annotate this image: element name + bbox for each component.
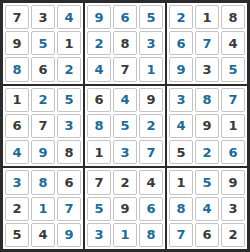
- cell-r7c5[interactable]: 2: [113, 170, 137, 194]
- cell-r4c2[interactable]: 2: [31, 88, 55, 112]
- cell-r9c5[interactable]: 1: [113, 223, 137, 247]
- cell-r8c8[interactable]: 4: [195, 197, 219, 221]
- box-1-1: 734951862: [2, 2, 84, 85]
- sudoku-board: 7349518629652834712186749351256734986498…: [0, 0, 250, 252]
- cell-r4c7[interactable]: 3: [169, 88, 193, 112]
- cell-r1c3[interactable]: 4: [57, 5, 81, 29]
- cell-r2c4[interactable]: 2: [87, 31, 111, 55]
- cell-r6c5[interactable]: 3: [113, 140, 137, 164]
- cell-r6c8[interactable]: 2: [195, 140, 219, 164]
- cell-r8c1[interactable]: 2: [5, 197, 29, 221]
- box-2-3: 387491526: [166, 85, 248, 168]
- box-2-2: 649852137: [84, 85, 166, 168]
- cell-r7c7[interactable]: 1: [169, 170, 193, 194]
- cell-r6c6[interactable]: 7: [139, 140, 163, 164]
- cell-r3c4[interactable]: 4: [87, 57, 111, 81]
- cell-r3c2[interactable]: 6: [31, 57, 55, 81]
- cell-r9c6[interactable]: 8: [139, 223, 163, 247]
- box-1-3: 218674935: [166, 2, 248, 85]
- cell-r3c1[interactable]: 8: [5, 57, 29, 81]
- cell-r2c5[interactable]: 8: [113, 31, 137, 55]
- cell-r4c9[interactable]: 7: [221, 88, 245, 112]
- cell-r7c2[interactable]: 8: [31, 170, 55, 194]
- cell-r7c6[interactable]: 4: [139, 170, 163, 194]
- cell-r1c5[interactable]: 6: [113, 5, 137, 29]
- cell-r2c3[interactable]: 1: [57, 31, 81, 55]
- cell-r2c9[interactable]: 4: [221, 31, 245, 55]
- box-3-1: 386217549: [2, 167, 84, 250]
- cell-r5c5[interactable]: 5: [113, 114, 137, 138]
- cell-r6c9[interactable]: 6: [221, 140, 245, 164]
- cell-r5c6[interactable]: 2: [139, 114, 163, 138]
- cell-r9c1[interactable]: 5: [5, 223, 29, 247]
- cell-r7c4[interactable]: 7: [87, 170, 111, 194]
- cell-r5c4[interactable]: 8: [87, 114, 111, 138]
- cell-r4c6[interactable]: 9: [139, 88, 163, 112]
- cell-r3c8[interactable]: 3: [195, 57, 219, 81]
- cell-r2c6[interactable]: 3: [139, 31, 163, 55]
- cell-r6c2[interactable]: 9: [31, 140, 55, 164]
- cell-r9c4[interactable]: 3: [87, 223, 111, 247]
- cell-r7c9[interactable]: 9: [221, 170, 245, 194]
- cell-r5c2[interactable]: 7: [31, 114, 55, 138]
- box-1-2: 965283471: [84, 2, 166, 85]
- cell-r4c3[interactable]: 5: [57, 88, 81, 112]
- cell-r5c9[interactable]: 1: [221, 114, 245, 138]
- cell-r4c1[interactable]: 1: [5, 88, 29, 112]
- cell-r7c1[interactable]: 3: [5, 170, 29, 194]
- cell-r3c7[interactable]: 9: [169, 57, 193, 81]
- cell-r7c3[interactable]: 6: [57, 170, 81, 194]
- cell-r1c4[interactable]: 9: [87, 5, 111, 29]
- cell-r6c4[interactable]: 1: [87, 140, 111, 164]
- cell-r9c7[interactable]: 7: [169, 223, 193, 247]
- cell-r9c3[interactable]: 9: [57, 223, 81, 247]
- cell-r6c1[interactable]: 4: [5, 140, 29, 164]
- box-2-1: 125673498: [2, 85, 84, 168]
- cell-r8c9[interactable]: 3: [221, 197, 245, 221]
- cell-r1c2[interactable]: 3: [31, 5, 55, 29]
- cell-r3c5[interactable]: 7: [113, 57, 137, 81]
- cell-r5c8[interactable]: 9: [195, 114, 219, 138]
- cell-r8c4[interactable]: 5: [87, 197, 111, 221]
- cell-r2c2[interactable]: 5: [31, 31, 55, 55]
- cell-r7c8[interactable]: 5: [195, 170, 219, 194]
- cell-r2c1[interactable]: 9: [5, 31, 29, 55]
- cell-r1c1[interactable]: 7: [5, 5, 29, 29]
- cell-r6c7[interactable]: 5: [169, 140, 193, 164]
- cell-r1c6[interactable]: 5: [139, 5, 163, 29]
- cell-r4c4[interactable]: 6: [87, 88, 111, 112]
- cell-r3c9[interactable]: 5: [221, 57, 245, 81]
- cell-r1c9[interactable]: 8: [221, 5, 245, 29]
- cell-r8c2[interactable]: 1: [31, 197, 55, 221]
- cell-r6c3[interactable]: 8: [57, 140, 81, 164]
- cell-r8c6[interactable]: 6: [139, 197, 163, 221]
- cell-r5c1[interactable]: 6: [5, 114, 29, 138]
- box-3-2: 724596318: [84, 167, 166, 250]
- cell-r9c8[interactable]: 6: [195, 223, 219, 247]
- cell-r1c7[interactable]: 2: [169, 5, 193, 29]
- cell-r4c8[interactable]: 8: [195, 88, 219, 112]
- cell-r3c6[interactable]: 1: [139, 57, 163, 81]
- box-3-3: 159843762: [166, 167, 248, 250]
- cell-r3c3[interactable]: 2: [57, 57, 81, 81]
- cell-r8c3[interactable]: 7: [57, 197, 81, 221]
- cell-r8c7[interactable]: 8: [169, 197, 193, 221]
- cell-r5c3[interactable]: 3: [57, 114, 81, 138]
- cell-r9c2[interactable]: 4: [31, 223, 55, 247]
- cell-r9c9[interactable]: 2: [221, 223, 245, 247]
- cell-r4c5[interactable]: 4: [113, 88, 137, 112]
- cell-r2c8[interactable]: 7: [195, 31, 219, 55]
- cell-r2c7[interactable]: 6: [169, 31, 193, 55]
- cell-r5c7[interactable]: 4: [169, 114, 193, 138]
- cell-r1c8[interactable]: 1: [195, 5, 219, 29]
- cell-r8c5[interactable]: 9: [113, 197, 137, 221]
